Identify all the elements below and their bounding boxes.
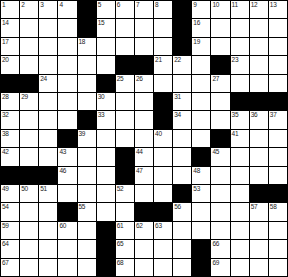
cell-r2c1[interactable]: 14	[1, 19, 19, 36]
cell-r12c14[interactable]: 57	[250, 203, 268, 220]
clue-number: 38	[2, 130, 9, 137]
clue-number: 54	[2, 203, 9, 210]
cell-r14c5[interactable]	[78, 240, 96, 257]
cell-r2c8[interactable]	[135, 19, 153, 36]
block-r11c10	[173, 185, 191, 202]
clue-number: 62	[136, 222, 143, 229]
cell-r7c4[interactable]	[58, 111, 76, 128]
cell-r1c11[interactable]: 9	[192, 1, 210, 18]
cell-r12c3[interactable]	[39, 203, 57, 220]
cell-r13c15[interactable]	[269, 222, 287, 239]
cell-r1c8[interactable]: 7	[135, 1, 153, 18]
block-r6c13	[231, 93, 249, 110]
clue-number: 44	[136, 148, 143, 155]
cell-r1c13[interactable]: 11	[231, 1, 249, 18]
block-r7c5	[78, 111, 96, 128]
cell-r8c11[interactable]	[192, 130, 210, 147]
clue-number: 23	[232, 56, 239, 63]
cell-r3c3[interactable]	[39, 38, 57, 55]
cell-r1c15[interactable]: 13	[269, 1, 287, 18]
cell-r1c2[interactable]: 2	[20, 1, 38, 18]
cell-r15c10[interactable]	[173, 259, 191, 276]
block-r12c8	[135, 203, 153, 220]
cell-r5c11[interactable]	[192, 75, 210, 92]
cell-r15c5[interactable]	[78, 259, 96, 276]
clue-number: 14	[2, 19, 9, 26]
cell-r13c9[interactable]: 63	[154, 222, 172, 239]
clue-number: 21	[155, 56, 162, 63]
cell-r13c13[interactable]	[231, 222, 249, 239]
clue-number: 27	[212, 75, 219, 82]
cell-r5c7[interactable]: 25	[116, 75, 134, 92]
cell-r10c9[interactable]	[154, 167, 172, 184]
clue-number: 16	[193, 19, 200, 26]
clue-number: 60	[59, 222, 66, 229]
clue-number: 2	[21, 1, 24, 8]
cell-r3c13[interactable]	[231, 38, 249, 55]
cell-r7c3[interactable]	[39, 111, 57, 128]
cell-r6c8[interactable]	[135, 93, 153, 110]
clue-number: 67	[2, 259, 9, 266]
clue-number: 61	[117, 222, 124, 229]
cell-r4c6[interactable]	[97, 56, 115, 73]
block-r12c4	[58, 203, 76, 220]
cell-r8c14[interactable]	[250, 130, 268, 147]
cell-r15c1[interactable]: 67	[1, 259, 19, 276]
cell-r11c3[interactable]: 51	[39, 185, 57, 202]
clue-number: 15	[98, 19, 105, 26]
clue-number: 69	[212, 259, 219, 266]
cell-r1c1[interactable]: 1	[1, 1, 19, 18]
clue-number: 52	[117, 185, 124, 192]
cell-r4c9[interactable]: 21	[154, 56, 172, 73]
block-r6c15	[269, 93, 287, 110]
clue-number: 11	[232, 1, 238, 8]
cell-r13c7[interactable]: 61	[116, 222, 134, 239]
cell-r14c13[interactable]	[231, 240, 249, 257]
block-r12c9	[154, 203, 172, 220]
cell-r2c3[interactable]	[39, 19, 57, 36]
cell-r9c4[interactable]: 43	[58, 148, 76, 165]
clue-number: 28	[2, 93, 9, 100]
cell-r8c8[interactable]	[135, 130, 153, 147]
block-r8c12	[211, 130, 229, 147]
cell-r3c5[interactable]: 18	[78, 38, 96, 55]
cell-r14c7[interactable]: 65	[116, 240, 134, 257]
clue-number: 40	[155, 130, 162, 137]
clue-number: 20	[2, 56, 9, 63]
block-r2c10	[173, 19, 191, 36]
block-r11c15	[269, 185, 287, 202]
cell-r2c6[interactable]: 15	[97, 19, 115, 36]
cell-r10c4[interactable]: 46	[58, 167, 76, 184]
cell-r3c4[interactable]	[58, 38, 76, 55]
block-r13c6	[97, 222, 115, 239]
clue-number: 25	[117, 75, 124, 82]
clue-number: 8	[155, 1, 158, 8]
cell-r12c5[interactable]: 55	[78, 203, 96, 220]
cell-r5c12[interactable]: 27	[211, 75, 229, 92]
cell-r2c7[interactable]	[116, 19, 134, 36]
clue-number: 24	[40, 75, 47, 82]
cell-r15c12[interactable]: 69	[211, 259, 229, 276]
block-r11c14	[250, 185, 268, 202]
clue-number: 68	[117, 259, 124, 266]
clue-number: 17	[2, 38, 9, 45]
cell-r3c2[interactable]	[20, 38, 38, 55]
cell-r12c13[interactable]	[231, 203, 249, 220]
cell-r7c15[interactable]: 37	[269, 111, 287, 128]
cell-r2c12[interactable]	[211, 19, 229, 36]
clue-number: 58	[270, 203, 277, 210]
cell-r2c13[interactable]	[231, 19, 249, 36]
cell-r2c14[interactable]	[250, 19, 268, 36]
clue-number: 57	[251, 203, 258, 210]
cell-r9c2[interactable]	[20, 148, 38, 165]
cell-r10c8[interactable]: 47	[135, 167, 153, 184]
cell-r6c11[interactable]	[192, 93, 210, 110]
clue-number: 6	[117, 1, 120, 8]
cell-r3c6[interactable]	[97, 38, 115, 55]
block-r10c7	[116, 167, 134, 184]
clue-number: 41	[232, 130, 239, 137]
block-r5c1	[1, 75, 19, 92]
cell-r9c10[interactable]	[173, 148, 191, 165]
block-r2c5	[78, 19, 96, 36]
clue-number: 59	[2, 222, 9, 229]
clue-number: 34	[174, 111, 181, 118]
clue-number: 51	[40, 185, 47, 192]
cell-r6c7[interactable]	[116, 93, 134, 110]
clue-number: 36	[251, 111, 258, 118]
clue-number: 1	[2, 1, 5, 8]
cell-r13c1[interactable]: 59	[1, 222, 19, 239]
cell-r9c6[interactable]	[97, 148, 115, 165]
cell-r5c5[interactable]	[78, 75, 96, 92]
cell-r2c2[interactable]	[20, 19, 38, 36]
cell-r10c15[interactable]	[269, 167, 287, 184]
cell-r1c9[interactable]: 8	[154, 1, 172, 18]
cell-r14c1[interactable]: 64	[1, 240, 19, 257]
cell-r8c2[interactable]	[20, 130, 38, 147]
cell-r8c10[interactable]	[173, 130, 191, 147]
cell-r8c1[interactable]: 38	[1, 130, 19, 147]
cell-r13c2[interactable]	[20, 222, 38, 239]
cell-r7c11[interactable]	[192, 111, 210, 128]
clue-number: 55	[79, 203, 86, 210]
cell-r4c10[interactable]: 22	[173, 56, 191, 73]
cell-r14c10[interactable]	[173, 240, 191, 257]
cell-r9c13[interactable]	[231, 148, 249, 165]
cell-r11c6[interactable]	[97, 185, 115, 202]
cell-r12c10[interactable]: 56	[173, 203, 191, 220]
cell-r3c14[interactable]	[250, 38, 268, 55]
cell-r11c7[interactable]: 52	[116, 185, 134, 202]
cell-r7c12[interactable]	[211, 111, 229, 128]
cell-r3c11[interactable]: 19	[192, 38, 210, 55]
cell-r11c12[interactable]	[211, 185, 229, 202]
cell-r5c4[interactable]	[58, 75, 76, 92]
clue-number: 32	[2, 111, 9, 118]
cell-r2c4[interactable]	[58, 19, 76, 36]
clue-number: 65	[117, 240, 124, 247]
cell-r14c15[interactable]	[269, 240, 287, 257]
cell-r9c3[interactable]	[39, 148, 57, 165]
cell-r1c4[interactable]: 4	[58, 1, 76, 18]
cell-r3c8[interactable]	[135, 38, 153, 55]
cell-r11c13[interactable]	[231, 185, 249, 202]
cell-r15c2[interactable]	[20, 259, 38, 276]
cell-r7c6[interactable]: 33	[97, 111, 115, 128]
cell-r5c10[interactable]	[173, 75, 191, 92]
cell-r4c1[interactable]: 20	[1, 56, 19, 73]
clue-number: 43	[59, 148, 66, 155]
block-r3c10	[173, 38, 191, 55]
block-r9c11	[192, 148, 210, 165]
cell-r14c4[interactable]	[58, 240, 76, 257]
clue-number: 3	[40, 1, 43, 8]
cell-r12c7[interactable]	[116, 203, 134, 220]
block-r1c10	[173, 1, 191, 18]
cell-r4c13[interactable]: 23	[231, 56, 249, 73]
clue-number: 48	[193, 167, 200, 174]
block-r5c2	[20, 75, 38, 92]
cell-r11c4[interactable]	[58, 185, 76, 202]
cell-r8c3[interactable]	[39, 130, 57, 147]
cell-r3c12[interactable]	[211, 38, 229, 55]
block-r4c7	[116, 56, 134, 73]
block-r6c9	[154, 93, 172, 110]
cell-r8c6[interactable]	[97, 130, 115, 147]
block-r5c6	[97, 75, 115, 92]
cell-r2c11[interactable]: 16	[192, 19, 210, 36]
cell-r6c6[interactable]: 30	[97, 93, 115, 110]
cell-r7c7[interactable]	[116, 111, 134, 128]
cell-r13c5[interactable]	[78, 222, 96, 239]
cell-r8c13[interactable]: 41	[231, 130, 249, 147]
cell-r15c7[interactable]: 68	[116, 259, 134, 276]
cell-r11c5[interactable]	[78, 185, 96, 202]
cell-r8c5[interactable]: 39	[78, 130, 96, 147]
block-r8c4	[58, 130, 76, 147]
cell-r6c10[interactable]: 31	[173, 93, 191, 110]
cell-r10c14[interactable]	[250, 167, 268, 184]
cell-r1c6[interactable]: 5	[97, 1, 115, 18]
block-r14c6	[97, 240, 115, 257]
cell-r15c15[interactable]	[269, 259, 287, 276]
crossword-grid: 1234567891011121314151617181920212223242…	[0, 0, 288, 277]
clue-number: 9	[193, 1, 196, 8]
cell-r14c12[interactable]: 66	[211, 240, 229, 257]
cell-r3c15[interactable]	[269, 38, 287, 55]
cell-r4c11[interactable]	[192, 56, 210, 73]
cell-r11c2[interactable]: 50	[20, 185, 38, 202]
cell-r14c14[interactable]	[250, 240, 268, 257]
cell-r5c14[interactable]	[250, 75, 268, 92]
cell-r6c5[interactable]	[78, 93, 96, 110]
clue-number: 29	[21, 93, 28, 100]
cell-r7c13[interactable]: 35	[231, 111, 249, 128]
cell-r11c11[interactable]: 53	[192, 185, 210, 202]
cell-r1c7[interactable]: 6	[116, 1, 134, 18]
cell-r6c12[interactable]	[211, 93, 229, 110]
cell-r10c13[interactable]	[231, 167, 249, 184]
clue-number: 42	[2, 148, 9, 155]
cell-r4c5[interactable]	[78, 56, 96, 73]
cell-r4c2[interactable]	[20, 56, 38, 73]
block-r4c8	[135, 56, 153, 73]
clue-number: 31	[174, 93, 181, 100]
cell-r3c9[interactable]	[154, 38, 172, 55]
block-r1c5	[78, 1, 96, 18]
cell-r15c4[interactable]	[58, 259, 76, 276]
cell-r14c8[interactable]	[135, 240, 153, 257]
cell-r6c2[interactable]: 29	[20, 93, 38, 110]
cell-r10c6[interactable]	[97, 167, 115, 184]
clue-number: 22	[174, 56, 181, 63]
clue-number: 45	[212, 148, 219, 155]
cell-r14c2[interactable]	[20, 240, 38, 257]
clue-number: 63	[155, 222, 162, 229]
cell-r7c2[interactable]	[20, 111, 38, 128]
clue-number: 46	[59, 167, 66, 174]
cell-r5c9[interactable]	[154, 75, 172, 92]
cell-r12c1[interactable]: 54	[1, 203, 19, 220]
cell-r15c8[interactable]	[135, 259, 153, 276]
cell-r13c10[interactable]	[173, 222, 191, 239]
clue-number: 53	[193, 185, 200, 192]
cell-r13c8[interactable]: 62	[135, 222, 153, 239]
cell-r4c15[interactable]	[269, 56, 287, 73]
cell-r11c9[interactable]	[154, 185, 172, 202]
cell-r8c15[interactable]	[269, 130, 287, 147]
clue-number: 13	[270, 1, 277, 8]
cell-r15c13[interactable]	[231, 259, 249, 276]
block-r10c2	[20, 167, 38, 184]
clue-number: 19	[193, 38, 200, 45]
cell-r10c10[interactable]	[173, 167, 191, 184]
cell-r13c3[interactable]	[39, 222, 57, 239]
cell-r13c4[interactable]: 60	[58, 222, 76, 239]
clue-number: 35	[232, 111, 239, 118]
cell-r9c5[interactable]	[78, 148, 96, 165]
cell-r12c15[interactable]: 58	[269, 203, 287, 220]
clue-number: 39	[79, 130, 86, 137]
cell-r9c9[interactable]	[154, 148, 172, 165]
clue-number: 30	[98, 93, 105, 100]
cell-r6c4[interactable]	[58, 93, 76, 110]
block-r14c11	[192, 240, 210, 257]
cell-r15c14[interactable]	[250, 259, 268, 276]
cell-r6c1[interactable]: 28	[1, 93, 19, 110]
cell-r1c14[interactable]: 12	[250, 1, 268, 18]
cell-r4c4[interactable]	[58, 56, 76, 73]
block-r10c3	[39, 167, 57, 184]
cell-r10c12[interactable]	[211, 167, 229, 184]
cell-r12c11[interactable]	[192, 203, 210, 220]
cell-r13c11[interactable]	[192, 222, 210, 239]
clue-number: 56	[174, 203, 181, 210]
clue-number: 4	[59, 1, 62, 8]
clue-number: 7	[136, 1, 139, 8]
block-r7c9	[154, 111, 172, 128]
cell-r9c12[interactable]: 45	[211, 148, 229, 165]
cell-r2c15[interactable]	[269, 19, 287, 36]
cell-r8c9[interactable]: 40	[154, 130, 172, 147]
block-r15c11	[192, 259, 210, 276]
cell-r15c3[interactable]	[39, 259, 57, 276]
clue-number: 10	[212, 1, 219, 8]
cell-r7c8[interactable]	[135, 111, 153, 128]
cell-r13c12[interactable]	[211, 222, 229, 239]
cell-r12c2[interactable]	[20, 203, 38, 220]
cell-r14c9[interactable]	[154, 240, 172, 257]
clue-number: 26	[136, 75, 143, 82]
cell-r9c8[interactable]: 44	[135, 148, 153, 165]
block-r10c1	[1, 167, 19, 184]
cell-r9c14[interactable]	[250, 148, 268, 165]
cell-r9c1[interactable]: 42	[1, 148, 19, 165]
cell-r11c1[interactable]: 49	[1, 185, 19, 202]
cell-r7c10[interactable]: 34	[173, 111, 191, 128]
cell-r12c12[interactable]	[211, 203, 229, 220]
cell-r1c12[interactable]: 10	[211, 1, 229, 18]
cell-r6c3[interactable]	[39, 93, 57, 110]
cell-r3c7[interactable]	[116, 38, 134, 55]
cell-r3c1[interactable]: 17	[1, 38, 19, 55]
block-r4c12	[211, 56, 229, 73]
cell-r7c1[interactable]: 32	[1, 111, 19, 128]
clue-number: 12	[251, 1, 258, 8]
clue-number: 66	[212, 240, 219, 247]
clue-number: 18	[79, 38, 86, 45]
cell-r4c3[interactable]	[39, 56, 57, 73]
cell-r5c15[interactable]	[269, 75, 287, 92]
block-r15c6	[97, 259, 115, 276]
block-r9c7	[116, 148, 134, 165]
cell-r13c14[interactable]	[250, 222, 268, 239]
cell-r5c13[interactable]	[231, 75, 249, 92]
cell-r5c3[interactable]: 24	[39, 75, 57, 92]
clue-number: 64	[2, 240, 9, 247]
clue-number: 33	[98, 111, 105, 118]
cell-r8c7[interactable]	[116, 130, 134, 147]
cell-r10c5[interactable]	[78, 167, 96, 184]
cell-r5c8[interactable]: 26	[135, 75, 153, 92]
clue-number: 47	[136, 167, 143, 174]
cell-r10c11[interactable]: 48	[192, 167, 210, 184]
block-r6c14	[250, 93, 268, 110]
clue-number: 37	[270, 111, 277, 118]
clue-number: 49	[2, 185, 9, 192]
cell-r11c8[interactable]	[135, 185, 153, 202]
clue-number: 50	[21, 185, 28, 192]
cell-r15c9[interactable]	[154, 259, 172, 276]
cell-r1c3[interactable]: 3	[39, 1, 57, 18]
cell-r12c6[interactable]	[97, 203, 115, 220]
cell-r14c3[interactable]	[39, 240, 57, 257]
clue-number: 5	[98, 1, 101, 8]
cell-r4c14[interactable]	[250, 56, 268, 73]
cell-r7c14[interactable]: 36	[250, 111, 268, 128]
cell-r9c15[interactable]	[269, 148, 287, 165]
cell-r2c9[interactable]	[154, 19, 172, 36]
